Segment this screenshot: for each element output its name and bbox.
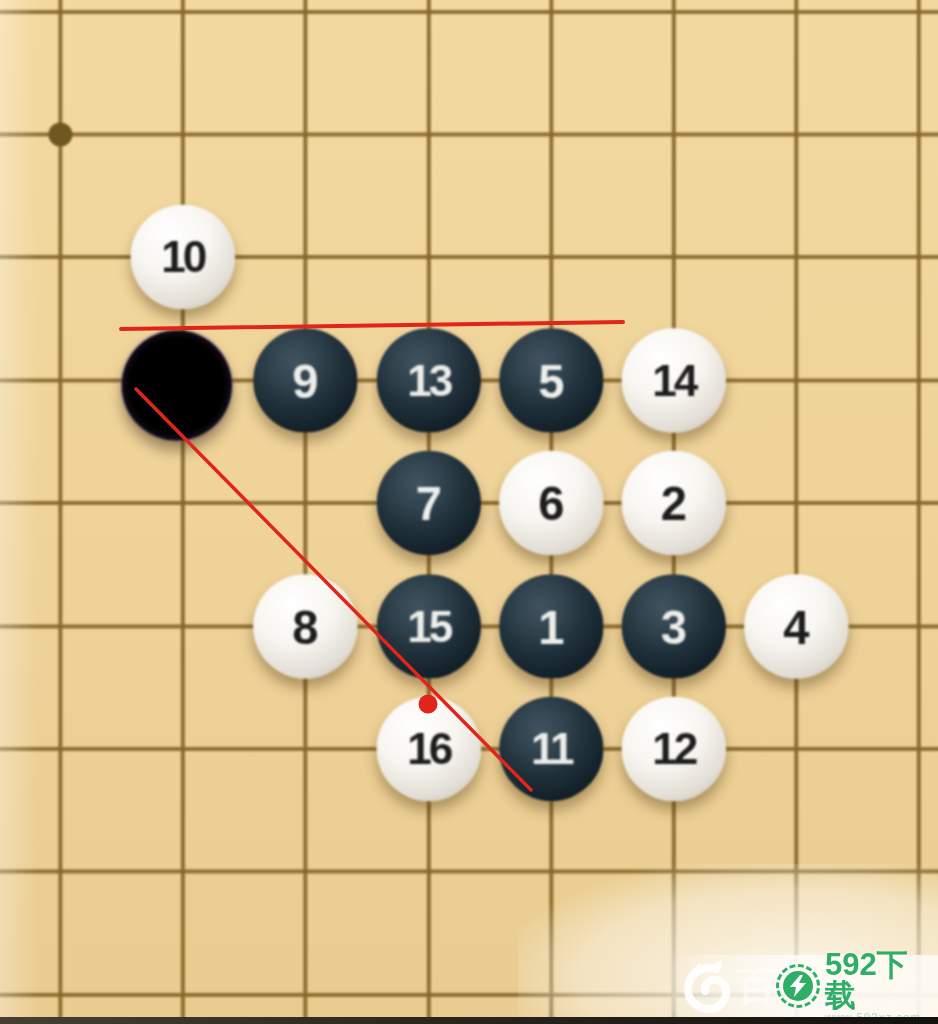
- stone-white-6: 6: [499, 451, 603, 555]
- stone-move-number: 4: [783, 603, 809, 650]
- stone-move-number: 7: [416, 479, 442, 526]
- stone-white-2: 2: [622, 451, 726, 555]
- grid-line-horizontal: [0, 10, 938, 14]
- stone-move-number: 11: [531, 727, 572, 771]
- stone-black-1: 1: [499, 574, 603, 678]
- stone-black-9: 9: [253, 328, 357, 432]
- star-point-hoshi: [48, 122, 72, 146]
- stone-move-number: 3: [661, 603, 687, 650]
- stone-black-latest-move: [122, 330, 232, 440]
- stone-white-10: 10: [131, 205, 235, 309]
- grid-line-horizontal: [0, 132, 938, 136]
- stone-white-4: 4: [744, 574, 848, 678]
- watermark-title: 592下载: [825, 949, 938, 1011]
- gomoku-board-screenshot: 10913514762815134161112 百: [0, 0, 938, 1024]
- stone-move-number: 14: [652, 358, 695, 402]
- lightning-bolt-icon: [787, 974, 809, 998]
- stone-move-number: 10: [161, 235, 204, 279]
- board[interactable]: 10913514762815134161112: [0, 0, 938, 1024]
- lightning-badge-icon: [776, 964, 820, 1008]
- stone-move-number: 2: [661, 479, 687, 526]
- stone-move-number: 12: [652, 727, 695, 771]
- watermark-text: 592下载 www.592xz.com: [825, 949, 938, 1024]
- grid-line-horizontal: [0, 869, 938, 873]
- stone-black-7: 7: [377, 451, 481, 555]
- stone-move-number: 13: [407, 358, 450, 402]
- stone-move-number: 9: [292, 357, 318, 404]
- stone-white-8: 8: [253, 574, 357, 678]
- stone-move-number: 6: [538, 479, 564, 526]
- stone-move-number: 1: [538, 603, 564, 650]
- stone-white-14: 14: [622, 328, 726, 432]
- bottom-edge-strip: [0, 1017, 938, 1024]
- stone-black-3: 3: [622, 574, 726, 678]
- stone-black-5: 5: [499, 328, 603, 432]
- stone-black-11: 11: [499, 697, 603, 801]
- stone-black-15: 15: [377, 574, 481, 678]
- stone-move-number: 5: [538, 357, 564, 404]
- stone-move-number: 15: [407, 604, 450, 648]
- watermark-ghost-character: 百: [737, 959, 777, 1014]
- stone-black-13: 13: [377, 328, 481, 432]
- watermark: 百 592下载 www.592xz.com: [672, 955, 938, 1017]
- stone-white-12: 12: [622, 697, 726, 801]
- stone-white-16: 16: [377, 697, 481, 801]
- watermark-cat-logo-icon: [680, 957, 736, 1015]
- badge-core: [783, 971, 813, 1001]
- stone-move-number: 16: [407, 727, 450, 771]
- stone-move-number: 8: [292, 603, 318, 650]
